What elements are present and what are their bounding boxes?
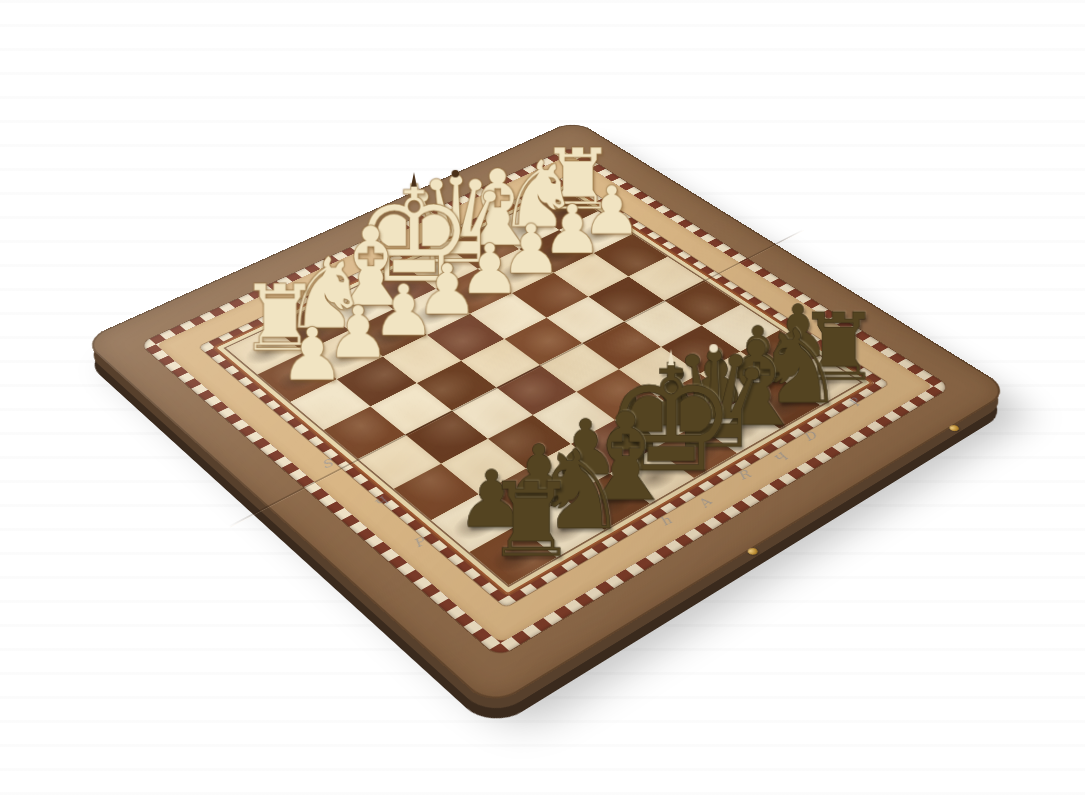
pearl-inlay-mark: S [319, 457, 336, 471]
chess-board: ♜♞♝♚♛♝♞♜♟♟♟♟♟♟♟♟♟♟♟♟♟♟♟♟♜♞♝♚♛♝♞♜ PDЧRAhS… [82, 120, 1012, 709]
pieces-layer: ♜♞♝♚♛♝♞♜♟♟♟♟♟♟♟♟♟♟♟♟♟♟♟♟♜♞♝♚♛♝♞♜ [226, 190, 860, 585]
pearl-inlay-mark: A [694, 496, 717, 510]
mosaic-strip-outer: ♜♞♝♚♛♝♞♜♟♟♟♟♟♟♟♟♟♟♟♟♟♟♟♟♜♞♝♚♛♝♞♜ PDЧRAhS… [139, 147, 951, 657]
burl-border-band: ♜♞♝♚♛♝♞♜♟♟♟♟♟♟♟♟♟♟♟♟♟♟♟♟♜♞♝♚♛♝♞♜ PDЧRAhS… [156, 155, 934, 643]
rook-glyph: ♜ [485, 472, 577, 570]
king-finial-spike [411, 172, 417, 186]
playing-field: ♜♞♝♚♛♝♞♜♟♟♟♟♟♟♟♟♟♟♟♟♟♟♟♟♜♞♝♚♛♝♞♜ [226, 190, 860, 585]
product-photo-canvas: ♜♞♝♚♛♝♞♜♟♟♟♟♟♟♟♟♟♟♟♟♟♟♟♟♜♞♝♚♛♝♞♜ PDЧRAhS… [0, 0, 1085, 800]
pawn-glyph: ♟ [280, 320, 345, 389]
board-face: ♜♞♝♚♛♝♞♜♟♟♟♟♟♟♟♟♟♟♟♟♟♟♟♟♜♞♝♚♛♝♞♜ PDЧRAhS… [82, 120, 1012, 709]
king-finial-spike [667, 349, 673, 365]
pinstripe-margin: ♜♞♝♚♛♝♞♜♟♟♟♟♟♟♟♟♟♟♟♟♟♟♟♟♜♞♝♚♛♝♞♜ [214, 183, 873, 595]
